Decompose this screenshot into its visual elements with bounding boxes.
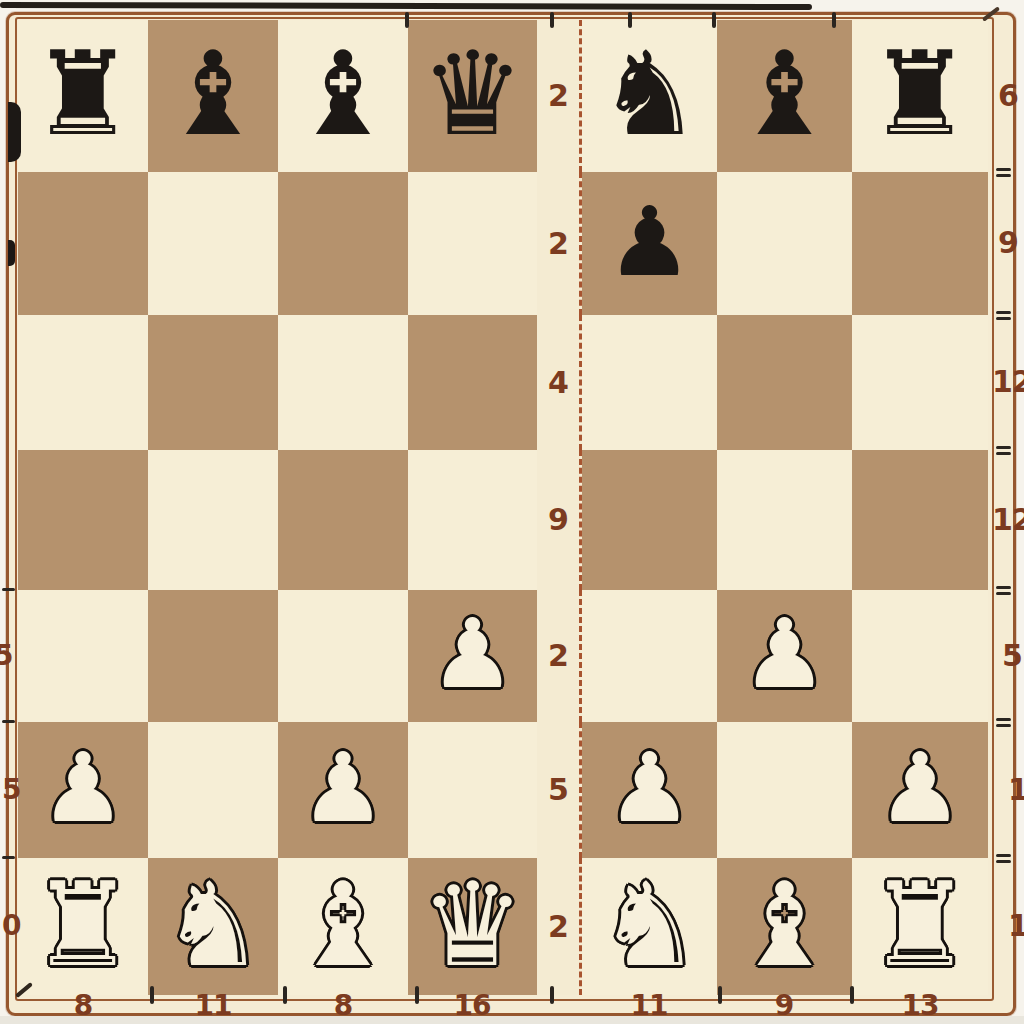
square-r7c3[interactable]: ♝ [278,858,408,995]
black-pawn: ♟ [606,194,692,290]
top-tick [832,12,836,28]
right-tick [996,854,1011,857]
right-edge-label: 12 [992,506,1024,534]
white-pawn: ♟ [606,740,692,836]
right-tick [996,174,1011,177]
square-r5c4[interactable]: ♟ [408,590,537,722]
middle-strip-r5: 2 [537,590,582,722]
square-r7c4[interactable]: ♛ [408,858,537,995]
top-tick [405,12,409,28]
left-edge-label: 5 [0,642,12,670]
square-r1c1[interactable]: ♜ [18,20,148,172]
square-r4c1[interactable] [18,450,148,590]
square-r6c1[interactable]: ♟ [18,722,148,858]
middle-strip-r6: 5 [537,722,582,858]
square-r1c7[interactable]: ♜ [852,20,988,172]
right-tick [996,446,1011,449]
middle-label: 2 [548,82,568,110]
middle-label: 4 [548,369,568,397]
square-r6c3[interactable]: ♟ [278,722,408,858]
square-r1c2[interactable]: ♝ [148,20,278,172]
white-pawn: ♟ [877,740,963,836]
bottom-tick [550,986,554,1004]
square-r2c4[interactable] [408,172,537,315]
square-r3c6[interactable] [717,315,852,450]
white-rook: ♜ [31,867,135,983]
white-pawn: ♟ [40,740,126,836]
bottom-tick [150,986,154,1004]
middle-label: 9 [548,506,568,534]
square-r3c2[interactable] [148,315,278,450]
square-r6c6[interactable] [717,722,852,858]
square-r2c5[interactable]: ♟ [582,172,717,315]
torn-paper-edge [0,2,812,10]
clipped-piece-artifact [8,102,21,162]
square-r5c5[interactable] [582,590,717,722]
square-r6c2[interactable] [148,722,278,858]
square-r2c1[interactable] [18,172,148,315]
white-queen: ♛ [421,867,525,983]
paper-bottom-strip [0,1016,1024,1024]
square-r5c2[interactable] [148,590,278,722]
black-bishop: ♝ [161,36,265,152]
top-tick [628,12,632,28]
square-r4c2[interactable] [148,450,278,590]
white-knight: ♞ [598,867,702,983]
square-r5c1[interactable] [18,590,148,722]
left-tick [2,588,15,591]
right-tick [996,592,1011,595]
square-r3c3[interactable] [278,315,408,450]
bottom-tick [718,986,722,1004]
middle-label: 2 [548,913,568,941]
white-bishop: ♝ [733,867,837,983]
square-r4c3[interactable] [278,450,408,590]
middle-strip-r3: 4 [537,315,582,450]
right-tick [996,718,1011,721]
middle-label: 2 [548,230,568,258]
right-tick [996,168,1011,171]
right-edge-label: 6 [998,82,1018,110]
black-queen: ♛ [421,36,525,152]
black-rook: ♜ [868,36,972,152]
square-r2c6[interactable] [717,172,852,315]
left-edge-label: 5 [2,776,20,804]
middle-strip-r7: 2 [537,858,582,995]
right-tick [996,317,1011,320]
white-pawn: ♟ [429,606,515,702]
square-r7c6[interactable]: ♝ [717,858,852,995]
square-r6c4[interactable] [408,722,537,858]
square-r3c1[interactable] [18,315,148,450]
right-tick [996,311,1011,314]
square-r2c7[interactable] [852,172,988,315]
square-r7c7[interactable]: ♜ [852,858,988,995]
square-r4c5[interactable] [582,450,717,590]
square-r1c4[interactable]: ♛ [408,20,537,172]
board-grid: ♜♝♝♛2♞♝♜2♟49♟2♟♟♟5♟♟♜♞♝♛2♞♝♜ [18,20,988,995]
bottom-tick [283,986,287,1004]
clipped-piece-artifact [8,240,15,266]
middle-label: 5 [548,776,568,804]
right-tick [996,724,1011,727]
square-r7c1[interactable]: ♜ [18,858,148,995]
square-r7c5[interactable]: ♞ [582,858,717,995]
left-edge-label: 0 [2,912,20,940]
white-rook: ♜ [868,867,972,983]
black-bishop: ♝ [733,36,837,152]
square-r4c7[interactable] [852,450,988,590]
square-r4c4[interactable] [408,450,537,590]
top-tick [550,12,554,28]
right-tick [996,586,1011,589]
right-edge-label: 5 [1002,642,1022,670]
left-tick [2,856,15,859]
square-r2c2[interactable] [148,172,278,315]
right-edge-label: 1 [1008,776,1024,804]
chess-board-illustration: ♜♝♝♛2♞♝♜2♟49♟2♟♟♟5♟♟♜♞♝♛2♞♝♜ 69121251155… [0,0,1024,1024]
square-r5c3[interactable] [278,590,408,722]
square-r5c6[interactable]: ♟ [717,590,852,722]
square-r3c7[interactable] [852,315,988,450]
white-pawn: ♟ [300,740,386,836]
black-knight: ♞ [598,36,702,152]
square-r1c5[interactable]: ♞ [582,20,717,172]
square-r5c7[interactable] [852,590,988,722]
square-r4c6[interactable] [717,450,852,590]
square-r3c5[interactable] [582,315,717,450]
bottom-tick [415,986,419,1004]
middle-label: 2 [548,642,568,670]
right-edge-label: 12 [992,368,1024,396]
bottom-tick [850,986,854,1004]
white-bishop: ♝ [291,867,395,983]
square-r3c4[interactable] [408,315,537,450]
black-bishop: ♝ [291,36,395,152]
middle-strip-r4: 9 [537,450,582,590]
white-knight: ♞ [161,867,265,983]
right-tick [996,452,1011,455]
right-tick [996,860,1011,863]
middle-strip-r2: 2 [537,172,582,315]
square-r1c6[interactable]: ♝ [717,20,852,172]
square-r6c5[interactable]: ♟ [582,722,717,858]
middle-strip-r1: 2 [537,20,582,172]
square-r2c3[interactable] [278,172,408,315]
white-pawn: ♟ [741,606,827,702]
left-tick [2,720,15,723]
top-tick [712,12,716,28]
black-rook: ♜ [31,36,135,152]
square-r6c7[interactable]: ♟ [852,722,988,858]
square-r7c2[interactable]: ♞ [148,858,278,995]
square-r1c3[interactable]: ♝ [278,20,408,172]
right-edge-label: 1 [1008,912,1024,940]
right-edge-label: 9 [998,229,1018,257]
